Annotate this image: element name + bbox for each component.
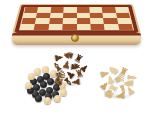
board-square [20,24,35,30]
checkers-disc [33,84,40,91]
chess-board-lid [12,4,141,34]
checkers-disc [50,70,57,77]
checkers-pile-shadow [27,95,67,104]
chess-piece: ♜ [72,52,85,65]
checkers-disc [34,68,41,75]
chess-piece: ♟ [61,59,72,71]
chess-piece: ♞ [69,61,83,74]
board-square [118,24,133,30]
chess-piece: ♛ [111,71,127,86]
board-square [62,24,76,30]
chess-piece: ♞ [122,77,136,90]
board-border [14,5,138,33]
chess-piece: ♟ [98,79,111,92]
checkers-disc [47,78,54,85]
brass-clasp-icon [71,34,79,42]
checkers-disc [37,76,44,83]
checkers-disc [25,82,32,89]
chess-piece: ♜ [117,66,129,79]
chess-piece: ♟ [53,53,64,64]
checkers-disc [40,81,47,88]
checkers-disc [60,89,67,96]
board-pinstripe [19,7,134,31]
checkers-disc [27,87,34,94]
checkers-disc [30,78,37,85]
chess-piece: ♟ [98,68,110,79]
chess-piece: ♞ [105,62,121,78]
board-square [34,24,49,30]
chess-piece: ♟ [105,74,116,86]
board-square [48,24,62,30]
product-photo-chess-set: ♟♞♜♝♟♞♛♟♜♝♟♚♟ ♟♞♜♝♟♛♞♟♜♝♟♚♟ [0,0,150,113]
chess-piece: ♜ [74,68,85,80]
chess-piece: ♞ [61,48,76,62]
chess-piece: ♝ [50,59,66,75]
dark-pile-shadow [54,80,88,88]
board-grid [20,7,133,29]
board-square [77,24,91,30]
chess-piece: ♟ [78,62,90,74]
checkers-disc [42,66,49,73]
chess-piece: ♝ [126,72,138,83]
board-square [104,24,119,30]
checkers-disc [28,73,35,80]
light-pile-shadow [100,92,138,101]
checkers-disc [43,73,50,80]
board-square [90,24,104,30]
checkers-disc [46,87,53,94]
